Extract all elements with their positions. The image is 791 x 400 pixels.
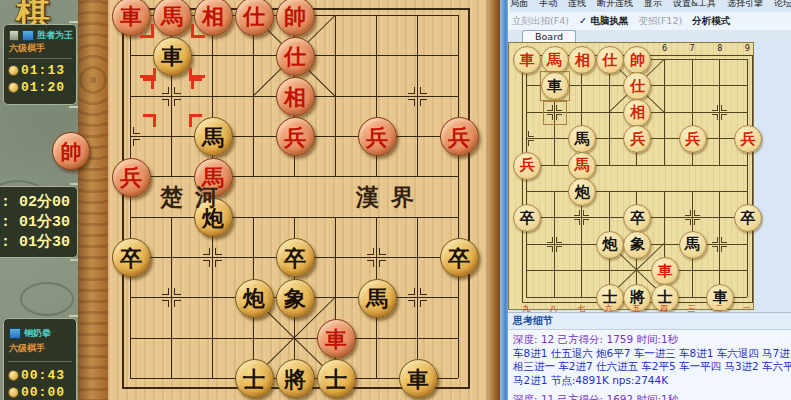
piece-glyph: 相 [630, 105, 645, 120]
piece-馬-red[interactable]: 馬 [568, 152, 596, 180]
board-frame-right [486, 0, 500, 400]
river-label-left: 楚河 [160, 182, 230, 213]
piece-glyph: 卒 [630, 211, 645, 226]
piece-glyph: 馬 [161, 5, 183, 27]
piece-兵-red[interactable]: 兵 [679, 125, 707, 153]
clock-row: : 01分30 [1, 232, 70, 251]
menu-item-设置&工具[interactable]: 设置&工具 [673, 0, 716, 12]
piece-glyph: 車 [407, 368, 429, 390]
engine-xiangqi-board[interactable]: 車馬相仕帥車仕相馬兵兵兵兵馬炮卒卒卒炮象馬車士將士車6789九八七六五四三二一 [508, 42, 754, 310]
piece-兵-red[interactable]: 兵 [734, 125, 762, 153]
point-marker [420, 87, 427, 94]
piece-glyph: 帥 [630, 53, 645, 68]
piece-車-blk[interactable]: 車 [153, 37, 192, 76]
point-marker [528, 140, 534, 146]
last-move-to-bracket [140, 24, 154, 38]
point-marker [556, 246, 562, 252]
piece-仕-red[interactable]: 仕 [235, 0, 274, 36]
point-marker [721, 105, 727, 111]
menu-item-论坛[interactable]: 论坛 [774, 0, 791, 12]
analysis-panel: 思考细节 深度: 12 己方得分: 1759 时间:1秒 车8进1 仕五退六 炮… [508, 312, 791, 400]
point-marker [408, 87, 415, 94]
top-player-rank: 六级棋手 [9, 42, 45, 55]
menu-item-手动[interactable]: 手动 [539, 0, 557, 12]
top-player-time-2: 01:20 [21, 80, 65, 95]
column-label-top: 9 [745, 44, 750, 53]
piece-象-blk[interactable]: 象 [276, 279, 315, 318]
point-marker [712, 114, 718, 120]
piece-glyph: 卒 [284, 247, 306, 269]
piece-glyph: 車 [520, 53, 535, 68]
piece-glyph: 卒 [740, 211, 755, 226]
point-marker [420, 300, 427, 307]
analysis-header: 思考细节 [508, 313, 791, 330]
piece-glyph: 相 [575, 53, 590, 68]
point-marker [408, 288, 415, 295]
point-marker [367, 248, 374, 255]
point-marker [583, 210, 589, 216]
point-marker [367, 260, 374, 267]
piece-glyph: 卒 [120, 247, 142, 269]
piece-glyph: 車 [658, 264, 673, 279]
piece-glyph: 象 [284, 287, 306, 309]
board-frame-left [78, 0, 108, 400]
piece-車-red[interactable]: 車 [513, 46, 541, 74]
piece-glyph: 帥 [284, 5, 306, 27]
point-marker [162, 288, 169, 295]
menu-item-连线[interactable]: 连线 [568, 0, 586, 12]
point-marker [574, 210, 580, 216]
piece-炮-blk[interactable]: 炮 [596, 231, 624, 259]
piece-glyph: 卒 [520, 211, 535, 226]
piece-士-blk[interactable]: 士 [235, 359, 274, 398]
piece-兵-red[interactable]: 兵 [276, 117, 315, 156]
analysis-pv-line: 相三进一 车2进7 仕六进五 车2平5 车一平四 马3进2 车六平 [508, 360, 791, 374]
clock-icon [9, 66, 18, 75]
menu-item-显示[interactable]: 显示 [644, 0, 662, 12]
piece-車-blk[interactable]: 車 [399, 359, 438, 398]
piece-馬-blk[interactable]: 馬 [358, 279, 397, 318]
point-marker [712, 246, 718, 252]
piece-glyph: 仕 [602, 53, 617, 68]
piece-glyph: 將 [284, 368, 306, 390]
point-marker [712, 105, 718, 111]
piece-glyph: 兵 [284, 126, 306, 148]
change-move-button[interactable]: 变招(F12) [638, 15, 682, 28]
piece-卒-blk[interactable]: 卒 [440, 238, 479, 277]
piece-glyph: 炮 [602, 237, 617, 252]
player-screen-icon [9, 328, 21, 339]
point-marker [174, 87, 181, 94]
point-marker [685, 210, 691, 216]
piece-帥-red[interactable]: 帥 [276, 0, 315, 36]
point-marker [215, 260, 222, 267]
piece-車-red[interactable]: 車 [651, 257, 679, 285]
piece-glyph: 兵 [630, 132, 645, 147]
point-marker [574, 219, 580, 225]
piece-glyph: 相 [284, 86, 306, 108]
top-player-name: 胜者为王 [37, 29, 73, 42]
point-marker [174, 288, 181, 295]
bottom-player-name: 钢奶拳 [24, 327, 51, 340]
piece-馬-red[interactable]: 馬 [153, 0, 192, 36]
red-turn-indicator-piece: 帥 [52, 132, 90, 170]
menu-bar: 局面手动连线断开连线显示设置&工具选择引擎论坛 [510, 0, 791, 12]
piece-glyph: 仕 [284, 45, 306, 67]
last-move-to-bracket [191, 24, 205, 38]
piece-兵-red[interactable]: 兵 [358, 117, 397, 156]
piece-炮-blk[interactable]: 炮 [568, 178, 596, 206]
piece-glyph: 車 [325, 328, 347, 350]
piece-glyph: 炮 [575, 185, 590, 200]
point-marker [408, 300, 415, 307]
point-marker [203, 260, 210, 267]
piece-炮-blk[interactable]: 炮 [235, 279, 274, 318]
last-move-to-square [540, 71, 570, 101]
clock-row: : 01分30 [1, 212, 70, 231]
bottom-player-rank: 六级棋手 [9, 342, 45, 355]
game-sidebar: 棋 胜者为王 六级棋手 01:13 01:20 : 02分00 : 01分30 [0, 0, 78, 400]
last-move-from-bracket [143, 68, 156, 81]
player-status-icon [9, 30, 19, 41]
piece-glyph: 兵 [120, 166, 142, 188]
piece-相-red[interactable]: 相 [623, 99, 651, 127]
column-label-top: 8 [717, 44, 722, 53]
piece-將-blk[interactable]: 將 [276, 359, 315, 398]
piece-相-red[interactable]: 相 [568, 46, 596, 74]
point-marker [583, 219, 589, 225]
top-player-panel: 胜者为王 六级棋手 01:13 01:20 [3, 24, 77, 105]
piece-卒-blk[interactable]: 卒 [734, 204, 762, 232]
piece-卒-blk[interactable]: 卒 [112, 238, 151, 277]
piece-glyph: 馬 [685, 237, 700, 252]
point-marker [174, 99, 181, 106]
piece-glyph: 兵 [740, 132, 755, 147]
piece-士-blk[interactable]: 士 [317, 359, 356, 398]
point-marker [721, 237, 727, 243]
piece-卒-blk[interactable]: 卒 [276, 238, 315, 277]
bottom-player-panel: 钢奶拳 六级棋手 00:43 00:00 [3, 318, 77, 400]
point-marker [694, 219, 700, 225]
analysis-pv-line: 马2进1 节点:4891K nps:2744K [508, 374, 791, 388]
point-marker [721, 114, 727, 120]
piece-glyph: 馬 [366, 287, 388, 309]
clock-row: : 02分00 [1, 192, 70, 211]
point-marker [528, 131, 534, 137]
check-icon: ✓ [579, 15, 587, 26]
main-xiangqi-board[interactable]: 車馬相仕帥車仕相馬兵兵兵兵馬炮卒卒卒炮象馬車士將士車楚河漢界 [108, 0, 500, 400]
piece-車-red[interactable]: 車 [317, 319, 356, 358]
piece-glyph: 卒 [448, 247, 470, 269]
piece-仕-red[interactable]: 仕 [596, 46, 624, 74]
piece-glyph: 象 [630, 237, 645, 252]
piece-glyph: 仕 [630, 79, 645, 94]
analysis-depth-line: 深度: 12 己方得分: 1759 时间:1秒 [508, 333, 791, 347]
clock-icon [9, 388, 18, 397]
last-move-from-bracket [189, 114, 202, 127]
point-marker [162, 300, 169, 307]
cloud-decoration [20, 282, 74, 316]
piece-glyph: 士 [325, 368, 347, 390]
player-screen-icon [22, 30, 34, 41]
point-marker [203, 248, 210, 255]
piece-兵-red[interactable]: 兵 [440, 117, 479, 156]
move-now-button[interactable]: 立刻出招(F4) [512, 15, 569, 28]
menu-item-选择引擎[interactable]: 选择引擎 [727, 0, 763, 12]
point-marker [685, 219, 691, 225]
menu-item-断开连线[interactable]: 断开连线 [597, 0, 633, 12]
piece-glyph: 馬 [575, 132, 590, 147]
piece-兵-red[interactable]: 兵 [112, 158, 151, 197]
point-marker [420, 288, 427, 295]
piece-兵-red[interactable]: 兵 [513, 152, 541, 180]
piece-glyph: 相 [202, 5, 224, 27]
piece-glyph: 馬 [575, 158, 590, 173]
point-marker [215, 248, 222, 255]
point-marker [712, 237, 718, 243]
point-marker [556, 237, 562, 243]
piece-馬-blk[interactable]: 馬 [679, 231, 707, 259]
analysis-pv-line: 车8进1 仕五退六 炮6平7 车一进三 车8进1 车六退四 马7进 [508, 347, 791, 361]
piece-象-blk[interactable]: 象 [623, 231, 651, 259]
piece-glyph: 兵 [366, 126, 388, 148]
piece-馬-red[interactable]: 馬 [541, 46, 569, 74]
bottom-player-time-2: 00:00 [21, 385, 65, 400]
point-marker [133, 139, 140, 146]
piece-glyph: 仕 [243, 5, 265, 27]
column-label-top: 7 [690, 44, 695, 53]
point-marker [721, 246, 727, 252]
piece-glyph: 馬 [202, 126, 224, 148]
river-label-right: 漢界 [356, 182, 426, 213]
engine-window: 局面手动连线断开连线显示设置&工具选择引擎论坛 立刻出招(F4) ✓ 电脑执黑 … [500, 0, 791, 400]
piece-glyph: 兵 [520, 158, 535, 173]
tab-strip: Board [508, 30, 791, 42]
piece-相-red[interactable]: 相 [276, 77, 315, 116]
app-screen: 棋 胜者为王 六级棋手 01:13 01:20 : 02分00 : 01分30 [0, 0, 791, 400]
piece-glyph: 馬 [547, 53, 562, 68]
last-move-from-bracket [143, 114, 156, 127]
computer-plays-black-toggle[interactable]: ✓ 电脑执黑 [579, 15, 628, 28]
point-marker [420, 99, 427, 106]
engine-toolbar: 立刻出招(F4) ✓ 电脑执黑 变招(F12) 分析模式 [508, 12, 791, 31]
analysis-depth-line: 深度: 11 己方得分: 1692 时间:1秒 [508, 393, 791, 400]
piece-glyph: 車 [120, 5, 142, 27]
point-marker [162, 99, 169, 106]
clock-icon [9, 371, 18, 380]
last-move-from-bracket [189, 68, 202, 81]
point-marker [408, 99, 415, 106]
point-marker [174, 300, 181, 307]
piece-glyph: 兵 [685, 132, 700, 147]
last-move-from-square [543, 101, 567, 125]
piece-仕-red[interactable]: 仕 [276, 37, 315, 76]
game-clock-panel: : 02分00 : 01分30 : 01分30 [0, 186, 78, 258]
point-marker [379, 248, 386, 255]
column-label-top: 6 [662, 44, 667, 53]
clock-icon [9, 83, 18, 92]
piece-glyph: 炮 [243, 287, 265, 309]
piece-glyph: 兵 [448, 126, 470, 148]
analysis-mode-button[interactable]: 分析模式 [692, 15, 730, 28]
point-marker [379, 260, 386, 267]
point-marker [547, 246, 553, 252]
bottom-player-time-1: 00:43 [21, 368, 65, 383]
point-marker [162, 87, 169, 94]
top-player-time-1: 01:13 [21, 63, 65, 78]
point-marker [547, 237, 553, 243]
piece-glyph: 車 [161, 45, 183, 67]
point-marker [133, 127, 140, 134]
menu-item-局面[interactable]: 局面 [510, 0, 528, 12]
piece-glyph: 士 [243, 368, 265, 390]
point-marker [694, 210, 700, 216]
